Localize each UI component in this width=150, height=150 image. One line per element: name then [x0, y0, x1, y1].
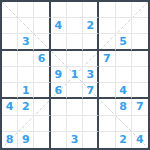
cell-r2c7[interactable]: [99, 18, 115, 34]
cell-r3c8[interactable]: 5: [116, 34, 132, 50]
cell-r3c7[interactable]: [99, 34, 115, 50]
cell-r4c7[interactable]: 7: [99, 51, 115, 67]
cell-r9c9[interactable]: 4: [132, 132, 148, 148]
cell-r4c2[interactable]: [18, 51, 34, 67]
cell-r6c5[interactable]: [67, 83, 83, 99]
cell-r4c8[interactable]: [116, 51, 132, 67]
cell-r8c1[interactable]: [2, 116, 18, 132]
cell-r1c2[interactable]: [18, 2, 34, 18]
cell-r7c3[interactable]: [34, 99, 50, 115]
cell-r8c2[interactable]: [18, 116, 34, 132]
cell-r7c4[interactable]: [51, 99, 67, 115]
cell-r4c5[interactable]: [67, 51, 83, 67]
cell-r7c5[interactable]: [67, 99, 83, 115]
cell-r5c1[interactable]: [2, 67, 18, 83]
cell-r5c7[interactable]: [99, 67, 115, 83]
cell-r7c2[interactable]: 2: [18, 99, 34, 115]
cell-r9c4[interactable]: [51, 132, 67, 148]
cell-r5c6[interactable]: 3: [83, 67, 99, 83]
cell-r8c5[interactable]: [67, 116, 83, 132]
cell-r8c3[interactable]: [34, 116, 50, 132]
cell-r5c3[interactable]: [34, 67, 50, 83]
cell-r3c1[interactable]: [2, 34, 18, 50]
cell-r7c9[interactable]: 7: [132, 99, 148, 115]
cell-r3c5[interactable]: [67, 34, 83, 50]
cell-r6c3[interactable]: [34, 83, 50, 99]
cell-r2c3[interactable]: [34, 18, 50, 34]
cell-r9c3[interactable]: [34, 132, 50, 148]
cell-r8c4[interactable]: [51, 116, 67, 132]
cell-r1c8[interactable]: [116, 2, 132, 18]
cell-r3c6[interactable]: [83, 34, 99, 50]
cell-r6c7[interactable]: [99, 83, 115, 99]
cell-r9c7[interactable]: [99, 132, 115, 148]
cell-r3c9[interactable]: [132, 34, 148, 50]
cell-r5c9[interactable]: [132, 67, 148, 83]
cell-r1c6[interactable]: [83, 2, 99, 18]
cell-r5c5[interactable]: 1: [67, 67, 83, 83]
cell-r6c6[interactable]: 7: [83, 83, 99, 99]
cell-r8c9[interactable]: [132, 116, 148, 132]
cell-r9c6[interactable]: [83, 132, 99, 148]
cell-r2c9[interactable]: [132, 18, 148, 34]
cell-r3c3[interactable]: [34, 34, 50, 50]
cell-r3c2[interactable]: 3: [18, 34, 34, 50]
cell-r6c8[interactable]: 4: [116, 83, 132, 99]
cell-r1c7[interactable]: [99, 2, 115, 18]
cell-r5c8[interactable]: [116, 67, 132, 83]
cell-r4c6[interactable]: [83, 51, 99, 67]
cell-r9c1[interactable]: 8: [2, 132, 18, 148]
cell-r8c8[interactable]: [116, 116, 132, 132]
sudoku-board: 4235679131674428789324: [0, 0, 150, 150]
cell-r9c8[interactable]: 2: [116, 132, 132, 148]
cell-r7c8[interactable]: 8: [116, 99, 132, 115]
cell-r2c5[interactable]: [67, 18, 83, 34]
cell-r7c6[interactable]: [83, 99, 99, 115]
cell-r8c7[interactable]: [99, 116, 115, 132]
cell-r2c8[interactable]: [116, 18, 132, 34]
cell-r6c1[interactable]: [2, 83, 18, 99]
cell-r2c2[interactable]: [18, 18, 34, 34]
cell-r5c4[interactable]: 9: [51, 67, 67, 83]
cell-r2c4[interactable]: 4: [51, 18, 67, 34]
cell-r4c4[interactable]: [51, 51, 67, 67]
cell-r4c3[interactable]: 6: [34, 51, 50, 67]
cell-r1c5[interactable]: [67, 2, 83, 18]
cell-r6c4[interactable]: 6: [51, 83, 67, 99]
cell-r1c4[interactable]: [51, 2, 67, 18]
cell-r2c6[interactable]: 2: [83, 18, 99, 34]
cell-r4c1[interactable]: [2, 51, 18, 67]
cell-r6c2[interactable]: 1: [18, 83, 34, 99]
cell-r4c9[interactable]: [132, 51, 148, 67]
cell-r1c1[interactable]: [2, 2, 18, 18]
cell-r2c1[interactable]: [2, 18, 18, 34]
cell-r3c4[interactable]: [51, 34, 67, 50]
sudoku-grid: 4235679131674428789324: [2, 2, 148, 148]
cell-r8c6[interactable]: [83, 116, 99, 132]
cell-r1c9[interactable]: [132, 2, 148, 18]
cell-r6c9[interactable]: [132, 83, 148, 99]
cell-r5c2[interactable]: [18, 67, 34, 83]
cell-r7c1[interactable]: 4: [2, 99, 18, 115]
cell-r1c3[interactable]: [34, 2, 50, 18]
cell-r9c5[interactable]: 3: [67, 132, 83, 148]
cell-r9c2[interactable]: 9: [18, 132, 34, 148]
cell-r7c7[interactable]: [99, 99, 115, 115]
